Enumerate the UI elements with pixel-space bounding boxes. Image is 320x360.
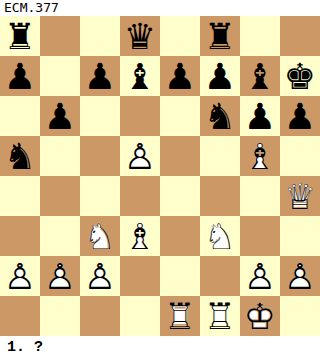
square-g6[interactable]: ♟ <box>240 96 280 136</box>
black-pawn-glyph: ♟ <box>40 96 80 136</box>
square-g4[interactable] <box>240 176 280 216</box>
square-b6[interactable]: ♟ <box>40 96 80 136</box>
square-f1[interactable]: ♜♖ <box>200 296 240 336</box>
square-a4[interactable] <box>0 176 40 216</box>
white-knight[interactable]: ♞♘ <box>80 216 120 256</box>
black-pawn-glyph: ♟ <box>280 96 320 136</box>
square-a6[interactable] <box>0 96 40 136</box>
white-pawn[interactable]: ♟♙ <box>80 256 120 296</box>
white-rook[interactable]: ♜♖ <box>160 296 200 336</box>
black-pawn[interactable]: ♟ <box>200 56 240 96</box>
square-d5[interactable]: ♟♙ <box>120 136 160 176</box>
black-pawn[interactable]: ♟ <box>160 56 200 96</box>
square-c1[interactable] <box>80 296 120 336</box>
white-rook[interactable]: ♜♖ <box>200 296 240 336</box>
chess-board: ♜♛♜♟♟♝♟♟♝♚♟♞♟♟♞♟♙♝♗♛♕♞♘♝♗♞♘♟♙♟♙♟♙♟♙♟♙♜♖♜… <box>0 16 320 336</box>
square-h3[interactable] <box>280 216 320 256</box>
square-d3[interactable]: ♝♗ <box>120 216 160 256</box>
square-b8[interactable] <box>40 16 80 56</box>
white-bishop[interactable]: ♝♗ <box>240 136 280 176</box>
square-a7[interactable]: ♟ <box>0 56 40 96</box>
white-knight-outline-glyph: ♘ <box>80 216 120 256</box>
black-pawn[interactable]: ♟ <box>240 96 280 136</box>
black-rook[interactable]: ♜ <box>0 16 40 56</box>
black-queen-glyph: ♛ <box>120 16 160 56</box>
square-e8[interactable] <box>160 16 200 56</box>
square-f3[interactable]: ♞♘ <box>200 216 240 256</box>
square-h1[interactable] <box>280 296 320 336</box>
move-prompt-label: 1. ? <box>7 338 43 358</box>
black-pawn-glyph: ♟ <box>240 96 280 136</box>
square-d4[interactable] <box>120 176 160 216</box>
white-bishop-outline-glyph: ♗ <box>240 136 280 176</box>
white-pawn[interactable]: ♟♙ <box>40 256 80 296</box>
square-b7[interactable] <box>40 56 80 96</box>
white-bishop-outline-glyph: ♗ <box>120 216 160 256</box>
white-pawn-outline-glyph: ♙ <box>280 256 320 296</box>
square-g8[interactable] <box>240 16 280 56</box>
square-e1[interactable]: ♜♖ <box>160 296 200 336</box>
black-rook-glyph: ♜ <box>0 16 40 56</box>
black-pawn-glyph: ♟ <box>160 56 200 96</box>
square-d7[interactable]: ♝ <box>120 56 160 96</box>
black-rook[interactable]: ♜ <box>200 16 240 56</box>
square-h5[interactable] <box>280 136 320 176</box>
black-knight[interactable]: ♞ <box>0 136 40 176</box>
white-pawn[interactable]: ♟♙ <box>280 256 320 296</box>
square-b5[interactable] <box>40 136 80 176</box>
white-pawn[interactable]: ♟♙ <box>120 136 160 176</box>
square-a2[interactable]: ♟♙ <box>0 256 40 296</box>
black-bishop-glyph: ♝ <box>120 56 160 96</box>
square-b1[interactable] <box>40 296 80 336</box>
square-g7[interactable]: ♝ <box>240 56 280 96</box>
square-e7[interactable]: ♟ <box>160 56 200 96</box>
black-knight-glyph: ♞ <box>0 136 40 176</box>
square-e5[interactable] <box>160 136 200 176</box>
square-g1[interactable]: ♚♔ <box>240 296 280 336</box>
square-f6[interactable]: ♞ <box>200 96 240 136</box>
square-c8[interactable] <box>80 16 120 56</box>
square-h7[interactable]: ♚ <box>280 56 320 96</box>
black-pawn[interactable]: ♟ <box>80 56 120 96</box>
square-f8[interactable]: ♜ <box>200 16 240 56</box>
puzzle-id-label: ECM.377 <box>4 0 59 16</box>
square-h6[interactable]: ♟ <box>280 96 320 136</box>
black-pawn-glyph: ♟ <box>200 56 240 96</box>
square-a5[interactable]: ♞ <box>0 136 40 176</box>
square-e4[interactable] <box>160 176 200 216</box>
square-b2[interactable]: ♟♙ <box>40 256 80 296</box>
square-h8[interactable] <box>280 16 320 56</box>
black-bishop-glyph: ♝ <box>240 56 280 96</box>
white-king-outline-glyph: ♔ <box>240 296 280 336</box>
square-a8[interactable]: ♜ <box>0 16 40 56</box>
square-h2[interactable]: ♟♙ <box>280 256 320 296</box>
white-pawn-outline-glyph: ♙ <box>0 256 40 296</box>
black-pawn-glyph: ♟ <box>0 56 40 96</box>
square-d1[interactable] <box>120 296 160 336</box>
square-g2[interactable]: ♟♙ <box>240 256 280 296</box>
square-b4[interactable] <box>40 176 80 216</box>
black-bishop[interactable]: ♝ <box>240 56 280 96</box>
square-e6[interactable] <box>160 96 200 136</box>
black-pawn[interactable]: ♟ <box>40 96 80 136</box>
square-b3[interactable] <box>40 216 80 256</box>
square-g5[interactable]: ♝♗ <box>240 136 280 176</box>
square-c7[interactable]: ♟ <box>80 56 120 96</box>
square-d6[interactable] <box>120 96 160 136</box>
white-rook-outline-glyph: ♖ <box>200 296 240 336</box>
square-e2[interactable] <box>160 256 200 296</box>
square-a3[interactable] <box>0 216 40 256</box>
black-king-glyph: ♚ <box>280 56 320 96</box>
square-f7[interactable]: ♟ <box>200 56 240 96</box>
black-knight[interactable]: ♞ <box>200 96 240 136</box>
square-c5[interactable] <box>80 136 120 176</box>
white-pawn[interactable]: ♟♙ <box>0 256 40 296</box>
square-f5[interactable] <box>200 136 240 176</box>
white-pawn-outline-glyph: ♙ <box>240 256 280 296</box>
square-c3[interactable]: ♞♘ <box>80 216 120 256</box>
black-bishop[interactable]: ♝ <box>120 56 160 96</box>
black-pawn-glyph: ♟ <box>80 56 120 96</box>
white-pawn-outline-glyph: ♙ <box>80 256 120 296</box>
black-knight-glyph: ♞ <box>200 96 240 136</box>
white-pawn[interactable]: ♟♙ <box>240 256 280 296</box>
white-knight[interactable]: ♞♘ <box>200 216 240 256</box>
black-pawn[interactable]: ♟ <box>280 96 320 136</box>
white-pawn-outline-glyph: ♙ <box>40 256 80 296</box>
black-pawn[interactable]: ♟ <box>0 56 40 96</box>
square-a1[interactable] <box>0 296 40 336</box>
square-f2[interactable] <box>200 256 240 296</box>
black-king[interactable]: ♚ <box>280 56 320 96</box>
square-f4[interactable] <box>200 176 240 216</box>
square-d8[interactable]: ♛ <box>120 16 160 56</box>
white-knight-outline-glyph: ♘ <box>200 216 240 256</box>
square-c2[interactable]: ♟♙ <box>80 256 120 296</box>
white-king[interactable]: ♚♔ <box>240 296 280 336</box>
white-bishop[interactable]: ♝♗ <box>120 216 160 256</box>
square-g3[interactable] <box>240 216 280 256</box>
square-h4[interactable]: ♛♕ <box>280 176 320 216</box>
square-e3[interactable] <box>160 216 200 256</box>
square-c4[interactable] <box>80 176 120 216</box>
white-pawn-outline-glyph: ♙ <box>120 136 160 176</box>
square-c6[interactable] <box>80 96 120 136</box>
black-queen[interactable]: ♛ <box>120 16 160 56</box>
white-queen-outline-glyph: ♕ <box>280 176 320 216</box>
square-d2[interactable] <box>120 256 160 296</box>
black-rook-glyph: ♜ <box>200 16 240 56</box>
white-rook-outline-glyph: ♖ <box>160 296 200 336</box>
white-queen[interactable]: ♛♕ <box>280 176 320 216</box>
